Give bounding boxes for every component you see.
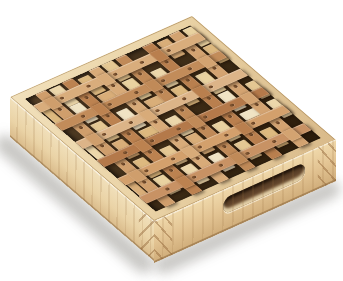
finger-joint xyxy=(318,139,336,189)
product-photo-wooden-block-tray xyxy=(0,0,343,281)
finger-joint xyxy=(154,213,172,263)
